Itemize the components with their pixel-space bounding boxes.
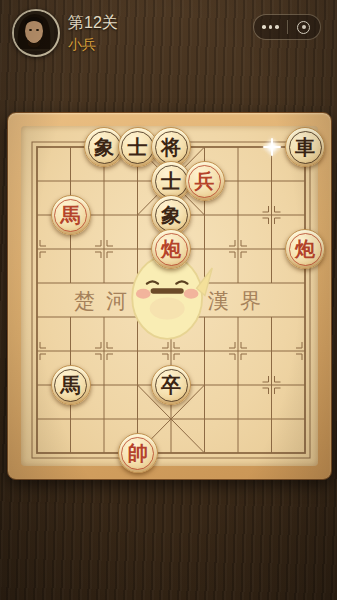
piece-red-r1c5[interactable]: 兵 <box>185 161 225 201</box>
piece-black-r0c8[interactable]: 車 <box>285 127 325 167</box>
piece-red-r2c1[interactable]: 馬 <box>51 195 91 235</box>
bottom-toolbar: 锦 15 求助 2步 3DMGAME <box>0 520 337 600</box>
piece-layer: 象士将車士兵馬象炮炮馬卒帥 <box>20 130 322 470</box>
piece-red-r3c8[interactable]: 炮 <box>285 229 325 269</box>
level-subtitle: 小兵 <box>68 36 96 54</box>
piece-black-r7c1[interactable]: 馬 <box>51 365 91 405</box>
circle-dot-icon <box>297 21 310 34</box>
more-button[interactable] <box>254 15 287 39</box>
level-title: 第12关 <box>68 13 118 34</box>
piece-red-r3c4[interactable]: 炮 <box>151 229 191 269</box>
avatar[interactable] <box>12 9 60 57</box>
piece-red-r9c3[interactable]: 帥 <box>118 433 158 473</box>
app-screen: 第12关 小兵 楚河 漢界 <box>0 0 337 600</box>
more-dots-icon <box>262 25 279 29</box>
avatar-portrait <box>14 11 54 51</box>
miniprogram-capsule <box>253 14 321 40</box>
top-bar: 第12关 小兵 <box>0 0 337 62</box>
piece-black-r7c4[interactable]: 卒 <box>151 365 191 405</box>
capsule-home-button[interactable] <box>288 15 321 39</box>
sparkle-effect <box>263 138 281 156</box>
xiangqi-board: 楚河 漢界 象士将車士兵馬象炮炮馬卒帥 <box>7 112 332 480</box>
